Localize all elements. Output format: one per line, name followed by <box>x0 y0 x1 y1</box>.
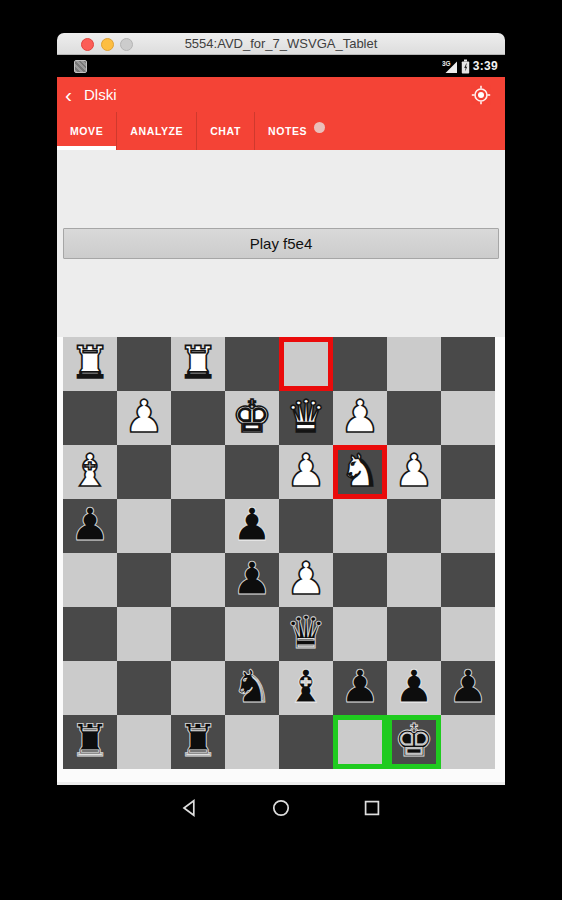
white-knight: ♞ <box>340 448 380 493</box>
android-status-bar: 3G 3:39 <box>57 55 505 77</box>
white-pawn: ♟ <box>394 448 434 493</box>
square-d4[interactable] <box>279 499 333 553</box>
square-b4[interactable] <box>387 499 441 553</box>
nav-back-button[interactable] <box>180 798 200 818</box>
square-g7[interactable] <box>117 661 171 715</box>
square-e6[interactable] <box>225 607 279 661</box>
tab-move-label: MOVE <box>70 125 103 137</box>
square-e5[interactable]: ♟ <box>225 553 279 607</box>
black-pawn: ♟ <box>448 664 488 709</box>
square-c2[interactable]: ♟ <box>333 391 387 445</box>
square-d1[interactable] <box>279 337 333 391</box>
square-e8[interactable] <box>225 715 279 769</box>
tab-chat-label: CHAT <box>210 125 241 137</box>
square-c8[interactable] <box>333 715 387 769</box>
square-a1[interactable] <box>441 337 495 391</box>
square-e3[interactable] <box>225 445 279 499</box>
square-a5[interactable] <box>441 553 495 607</box>
tab-analyze-label: ANALYZE <box>130 125 183 137</box>
back-triangle-icon <box>180 798 200 818</box>
square-f6[interactable] <box>171 607 225 661</box>
white-bishop: ♝ <box>70 448 110 493</box>
chess-board: ♜♜♟♚♛♟♝♟♞♟♟♟♟♟♛♞♝♟♟♟♜♜♚ <box>63 337 495 769</box>
square-d7[interactable]: ♝ <box>279 661 333 715</box>
notes-badge-dot <box>314 122 325 133</box>
square-c6[interactable] <box>333 607 387 661</box>
white-pawn: ♟ <box>124 394 164 439</box>
square-b5[interactable] <box>387 553 441 607</box>
square-h5[interactable] <box>63 553 117 607</box>
square-b8[interactable]: ♚ <box>387 715 441 769</box>
square-f7[interactable] <box>171 661 225 715</box>
nav-recents-button[interactable] <box>362 798 382 818</box>
svg-text:3G: 3G <box>442 59 451 66</box>
square-h3[interactable]: ♝ <box>63 445 117 499</box>
window-titlebar: 5554:AVD_for_7_WSVGA_Tablet <box>57 33 505 55</box>
square-f1[interactable]: ♜ <box>171 337 225 391</box>
android-nav-bar <box>57 785 505 830</box>
white-queen: ♛ <box>286 394 326 439</box>
black-rook: ♜ <box>178 718 218 763</box>
square-h6[interactable] <box>63 607 117 661</box>
square-g2[interactable]: ♟ <box>117 391 171 445</box>
white-pawn: ♟ <box>286 556 326 601</box>
screenshot-stage: 5554:AVD_for_7_WSVGA_Tablet 3G 3:39 ‹ Dl… <box>0 0 562 900</box>
square-d5[interactable]: ♟ <box>279 553 333 607</box>
square-a3[interactable] <box>441 445 495 499</box>
square-d8[interactable] <box>279 715 333 769</box>
square-f8[interactable]: ♜ <box>171 715 225 769</box>
square-c3[interactable]: ♞ <box>333 445 387 499</box>
square-a8[interactable] <box>441 715 495 769</box>
tab-analyze[interactable]: ANALYZE <box>116 112 196 150</box>
square-g8[interactable] <box>117 715 171 769</box>
square-a4[interactable] <box>441 499 495 553</box>
tab-move[interactable]: MOVE <box>57 112 116 150</box>
square-a7[interactable]: ♟ <box>441 661 495 715</box>
black-king: ♚ <box>394 718 434 763</box>
clock-text: 3:39 <box>473 59 498 73</box>
tab-notes[interactable]: NOTES <box>254 112 320 150</box>
recents-square-icon <box>362 798 382 818</box>
window-title: 5554:AVD_for_7_WSVGA_Tablet <box>57 33 505 55</box>
white-king: ♚ <box>232 394 272 439</box>
tab-chat[interactable]: CHAT <box>196 112 254 150</box>
square-c7[interactable]: ♟ <box>333 661 387 715</box>
move-tab-content: Play f5e4 ♜♜♟♚♛♟♝♟♞♟♟♟♟♟♛♞♝♟♟♟♜♜♚ <box>57 150 505 785</box>
square-h4[interactable]: ♟ <box>63 499 117 553</box>
white-pawn: ♟ <box>286 448 326 493</box>
square-g4[interactable] <box>117 499 171 553</box>
square-h1[interactable]: ♜ <box>63 337 117 391</box>
app-bar: ‹ Dlski <box>57 77 505 112</box>
square-d2[interactable]: ♛ <box>279 391 333 445</box>
square-f4[interactable] <box>171 499 225 553</box>
black-bishop: ♝ <box>286 664 326 709</box>
square-g1[interactable] <box>117 337 171 391</box>
notification-icon <box>74 60 87 73</box>
signal-3g-icon: 3G <box>442 59 458 74</box>
square-f5[interactable] <box>171 553 225 607</box>
square-e4[interactable]: ♟ <box>225 499 279 553</box>
square-h2[interactable] <box>63 391 117 445</box>
nav-home-button[interactable] <box>271 798 291 818</box>
square-c1[interactable] <box>333 337 387 391</box>
square-e1[interactable] <box>225 337 279 391</box>
square-c4[interactable] <box>333 499 387 553</box>
black-pawn: ♟ <box>232 502 272 547</box>
locate-target-button[interactable] <box>471 85 491 105</box>
back-chevron-button[interactable]: ‹ <box>65 78 79 111</box>
square-g3[interactable] <box>117 445 171 499</box>
black-pawn: ♟ <box>394 664 434 709</box>
square-h8[interactable]: ♜ <box>63 715 117 769</box>
square-h7[interactable] <box>63 661 117 715</box>
tab-notes-label: NOTES <box>268 125 307 137</box>
black-queen: ♛ <box>286 610 326 655</box>
square-g6[interactable] <box>117 607 171 661</box>
board-strip: ♜♜♟♚♛♟♝♟♞♟♟♟♟♟♛♞♝♟♟♟♜♜♚ <box>57 337 505 782</box>
white-rook: ♜ <box>178 340 218 385</box>
square-f2[interactable] <box>171 391 225 445</box>
black-knight: ♞ <box>232 664 272 709</box>
white-rook: ♜ <box>70 340 110 385</box>
square-b2[interactable] <box>387 391 441 445</box>
black-pawn: ♟ <box>232 556 272 601</box>
square-d6[interactable]: ♛ <box>279 607 333 661</box>
app-title: Dlski <box>84 86 117 103</box>
square-a6[interactable] <box>441 607 495 661</box>
square-e7[interactable]: ♞ <box>225 661 279 715</box>
square-f3[interactable] <box>171 445 225 499</box>
home-circle-icon <box>271 798 291 818</box>
tab-bar: MOVE ANALYZE CHAT NOTES <box>57 112 505 150</box>
square-c5[interactable] <box>333 553 387 607</box>
black-rook: ♜ <box>70 718 110 763</box>
square-b1[interactable] <box>387 337 441 391</box>
square-b3[interactable]: ♟ <box>387 445 441 499</box>
battery-icon <box>461 59 470 74</box>
emulator-window: 5554:AVD_for_7_WSVGA_Tablet 3G 3:39 ‹ Dl… <box>57 33 505 830</box>
square-b7[interactable]: ♟ <box>387 661 441 715</box>
play-move-button[interactable]: Play f5e4 <box>63 228 499 259</box>
black-pawn: ♟ <box>340 664 380 709</box>
square-b6[interactable] <box>387 607 441 661</box>
black-pawn: ♟ <box>70 502 110 547</box>
target-locate-icon <box>471 85 491 105</box>
square-g5[interactable] <box>117 553 171 607</box>
square-e2[interactable]: ♚ <box>225 391 279 445</box>
white-pawn: ♟ <box>340 394 380 439</box>
square-d3[interactable]: ♟ <box>279 445 333 499</box>
square-a2[interactable] <box>441 391 495 445</box>
